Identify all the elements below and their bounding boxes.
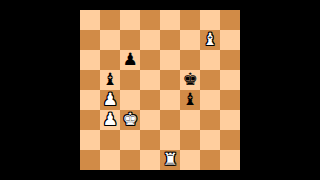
square-g8[interactable]	[200, 10, 220, 30]
square-d1[interactable]	[140, 150, 160, 170]
piece-black-bishop[interactable]: ♝	[182, 90, 197, 109]
piece-black-bishop[interactable]: ♝	[102, 70, 117, 89]
square-b2[interactable]	[100, 130, 120, 150]
square-c5[interactable]	[120, 70, 140, 90]
square-g2[interactable]	[200, 130, 220, 150]
square-g3[interactable]	[200, 110, 220, 130]
square-b7[interactable]	[100, 30, 120, 50]
square-h4[interactable]	[220, 90, 240, 110]
square-g6[interactable]	[200, 50, 220, 70]
square-e2[interactable]	[160, 130, 180, 150]
square-b3[interactable]: ♟	[100, 110, 120, 130]
square-a2[interactable]	[80, 130, 100, 150]
square-c8[interactable]	[120, 10, 140, 30]
square-e5[interactable]	[160, 70, 180, 90]
square-b8[interactable]	[100, 10, 120, 30]
square-d5[interactable]	[140, 70, 160, 90]
square-c3[interactable]: ♚	[120, 110, 140, 130]
square-b6[interactable]	[100, 50, 120, 70]
square-g4[interactable]	[200, 90, 220, 110]
square-d3[interactable]	[140, 110, 160, 130]
square-d6[interactable]	[140, 50, 160, 70]
square-f5[interactable]: ♚	[180, 70, 200, 90]
square-h7[interactable]	[220, 30, 240, 50]
square-c4[interactable]	[120, 90, 140, 110]
square-b1[interactable]	[100, 150, 120, 170]
square-f6[interactable]	[180, 50, 200, 70]
square-a8[interactable]	[80, 10, 100, 30]
square-a4[interactable]	[80, 90, 100, 110]
square-f3[interactable]	[180, 110, 200, 130]
square-h6[interactable]	[220, 50, 240, 70]
square-f2[interactable]	[180, 130, 200, 150]
square-f1[interactable]	[180, 150, 200, 170]
square-f7[interactable]	[180, 30, 200, 50]
piece-white-bishop[interactable]: ♝	[202, 30, 217, 49]
piece-black-king[interactable]: ♚	[182, 70, 197, 89]
game-screen: ♝♟♝♚♟♝♟♚♜	[0, 0, 320, 180]
piece-white-pawn[interactable]: ♟	[102, 110, 117, 129]
square-e3[interactable]	[160, 110, 180, 130]
square-c6[interactable]: ♟	[120, 50, 140, 70]
piece-white-pawn[interactable]: ♟	[102, 90, 117, 109]
square-c1[interactable]	[120, 150, 140, 170]
square-a5[interactable]	[80, 70, 100, 90]
square-a3[interactable]	[80, 110, 100, 130]
square-e1[interactable]: ♜	[160, 150, 180, 170]
square-e8[interactable]	[160, 10, 180, 30]
square-d8[interactable]	[140, 10, 160, 30]
square-h5[interactable]	[220, 70, 240, 90]
square-b4[interactable]: ♟	[100, 90, 120, 110]
square-d4[interactable]	[140, 90, 160, 110]
square-h3[interactable]	[220, 110, 240, 130]
square-f8[interactable]	[180, 10, 200, 30]
square-a7[interactable]	[80, 30, 100, 50]
square-c7[interactable]	[120, 30, 140, 50]
square-e7[interactable]	[160, 30, 180, 50]
square-g7[interactable]: ♝	[200, 30, 220, 50]
square-a6[interactable]	[80, 50, 100, 70]
square-g1[interactable]	[200, 150, 220, 170]
square-d7[interactable]	[140, 30, 160, 50]
square-h1[interactable]	[220, 150, 240, 170]
chess-board: ♝♟♝♚♟♝♟♚♜	[80, 10, 240, 170]
square-f4[interactable]: ♝	[180, 90, 200, 110]
square-g5[interactable]	[200, 70, 220, 90]
square-h2[interactable]	[220, 130, 240, 150]
square-e6[interactable]	[160, 50, 180, 70]
piece-black-pawn[interactable]: ♟	[122, 50, 137, 69]
square-a1[interactable]	[80, 150, 100, 170]
square-e4[interactable]	[160, 90, 180, 110]
square-d2[interactable]	[140, 130, 160, 150]
square-h8[interactable]	[220, 10, 240, 30]
square-c2[interactable]	[120, 130, 140, 150]
square-b5[interactable]: ♝	[100, 70, 120, 90]
piece-white-king[interactable]: ♚	[122, 110, 137, 129]
piece-white-rook[interactable]: ♜	[162, 150, 177, 169]
